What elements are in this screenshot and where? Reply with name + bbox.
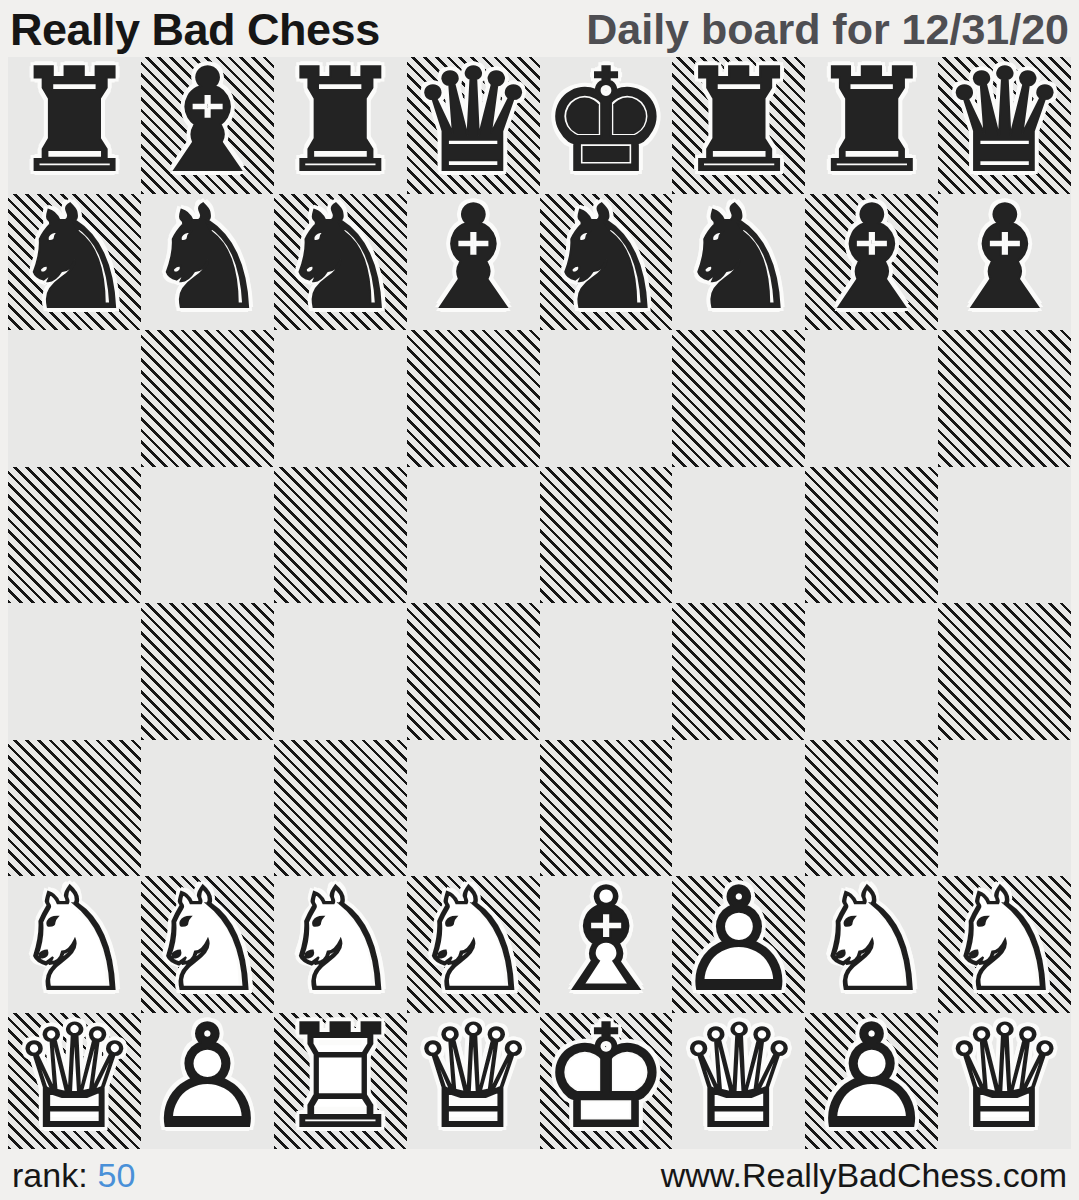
white-knight-icon: ♘: [409, 869, 536, 1011]
piece-white-king[interactable]: ♚♔: [540, 1013, 673, 1150]
black-rook-icon: ♜: [11, 50, 138, 192]
square-c6[interactable]: [274, 330, 407, 467]
square-a6[interactable]: [8, 330, 141, 467]
black-rook-icon: ♜: [675, 50, 802, 192]
square-a7[interactable]: ♞: [8, 194, 141, 331]
black-knight-icon: ♞: [11, 186, 138, 328]
square-h6[interactable]: [938, 330, 1071, 467]
square-f6[interactable]: [672, 330, 805, 467]
square-a1[interactable]: ♛♕: [8, 1013, 141, 1150]
square-g4[interactable]: [805, 603, 938, 740]
piece-white-queen[interactable]: ♛♕: [938, 1013, 1071, 1150]
square-b7[interactable]: ♞: [141, 194, 274, 331]
piece-white-rook[interactable]: ♜♖: [274, 1013, 407, 1150]
square-d7[interactable]: ♝: [407, 194, 540, 331]
piece-black-queen[interactable]: ♛: [938, 57, 1071, 194]
rank-label: rank:: [12, 1156, 88, 1195]
square-f2[interactable]: ♟♙: [672, 876, 805, 1013]
piece-black-king[interactable]: ♚: [540, 57, 673, 194]
piece-white-knight[interactable]: ♞♘: [938, 876, 1071, 1013]
square-d2[interactable]: ♞♘: [407, 876, 540, 1013]
square-c3[interactable]: [274, 740, 407, 877]
square-g3[interactable]: [805, 740, 938, 877]
piece-white-queen[interactable]: ♛♕: [8, 1013, 141, 1150]
square-c5[interactable]: [274, 467, 407, 604]
white-rook-icon: ♖: [277, 1005, 404, 1147]
white-knight-icon: ♘: [941, 869, 1068, 1011]
square-a3[interactable]: [8, 740, 141, 877]
piece-white-queen[interactable]: ♛♕: [407, 1013, 540, 1150]
square-c8[interactable]: ♜: [274, 57, 407, 194]
piece-white-knight[interactable]: ♞♘: [407, 876, 540, 1013]
square-f7[interactable]: ♞: [672, 194, 805, 331]
black-rook-icon: ♜: [277, 50, 404, 192]
piece-black-bishop[interactable]: ♝: [407, 194, 540, 331]
square-e3[interactable]: [540, 740, 673, 877]
square-a8[interactable]: ♜: [8, 57, 141, 194]
square-d1[interactable]: ♛♕: [407, 1013, 540, 1150]
piece-black-knight[interactable]: ♞: [274, 194, 407, 331]
white-knight-icon: ♘: [277, 869, 404, 1011]
black-bishop-icon: ♝: [808, 186, 935, 328]
square-f8[interactable]: ♜: [672, 57, 805, 194]
square-d6[interactable]: [407, 330, 540, 467]
square-d8[interactable]: ♛: [407, 57, 540, 194]
square-e2[interactable]: ♝♗: [540, 876, 673, 1013]
black-rook-icon: ♜: [808, 50, 935, 192]
square-e5[interactable]: [540, 467, 673, 604]
rank-value: 50: [98, 1156, 136, 1195]
white-pawn-icon: ♙: [144, 1005, 271, 1147]
square-b8[interactable]: ♝: [141, 57, 274, 194]
square-g2[interactable]: ♞♘: [805, 876, 938, 1013]
square-h3[interactable]: [938, 740, 1071, 877]
square-f4[interactable]: [672, 603, 805, 740]
square-b3[interactable]: [141, 740, 274, 877]
piece-white-knight[interactable]: ♞♘: [805, 876, 938, 1013]
square-c7[interactable]: ♞: [274, 194, 407, 331]
piece-black-knight[interactable]: ♞: [672, 194, 805, 331]
piece-black-queen[interactable]: ♛: [407, 57, 540, 194]
square-b1[interactable]: ♟♙: [141, 1013, 274, 1150]
piece-black-bishop[interactable]: ♝: [805, 194, 938, 331]
square-g7[interactable]: ♝: [805, 194, 938, 331]
piece-white-knight[interactable]: ♞♘: [8, 876, 141, 1013]
square-d5[interactable]: [407, 467, 540, 604]
square-h5[interactable]: [938, 467, 1071, 604]
piece-white-pawn[interactable]: ♟♙: [805, 1013, 938, 1150]
square-d4[interactable]: [407, 603, 540, 740]
piece-black-rook[interactable]: ♜: [805, 57, 938, 194]
black-queen-icon: ♛: [409, 50, 536, 192]
black-knight-icon: ♞: [277, 186, 404, 328]
white-king-icon: ♔: [542, 1005, 669, 1147]
white-knight-icon: ♘: [808, 869, 935, 1011]
black-knight-icon: ♞: [675, 186, 802, 328]
square-f3[interactable]: [672, 740, 805, 877]
website-link[interactable]: www.ReallyBadChess.com: [661, 1156, 1067, 1195]
square-c2[interactable]: ♞♘: [274, 876, 407, 1013]
white-pawn-icon: ♙: [808, 1005, 935, 1147]
white-queen-icon: ♕: [409, 1005, 536, 1147]
piece-white-bishop[interactable]: ♝♗: [540, 876, 673, 1013]
square-e8[interactable]: ♚: [540, 57, 673, 194]
square-h4[interactable]: [938, 603, 1071, 740]
square-e1[interactable]: ♚♔: [540, 1013, 673, 1150]
white-knight-icon: ♘: [11, 869, 138, 1011]
square-b2[interactable]: ♞♘: [141, 876, 274, 1013]
square-c1[interactable]: ♜♖: [274, 1013, 407, 1150]
square-a4[interactable]: [8, 603, 141, 740]
black-bishop-icon: ♝: [941, 186, 1068, 328]
square-e4[interactable]: [540, 603, 673, 740]
black-queen-icon: ♛: [941, 50, 1068, 192]
white-queen-icon: ♕: [11, 1005, 138, 1147]
square-h1[interactable]: ♛♕: [938, 1013, 1071, 1150]
square-h2[interactable]: ♞♘: [938, 876, 1071, 1013]
square-g5[interactable]: [805, 467, 938, 604]
square-b4[interactable]: [141, 603, 274, 740]
white-queen-icon: ♕: [675, 1005, 802, 1147]
black-bishop-icon: ♝: [409, 186, 536, 328]
piece-white-knight[interactable]: ♞♘: [274, 876, 407, 1013]
black-knight-icon: ♞: [542, 186, 669, 328]
square-c4[interactable]: [274, 603, 407, 740]
square-f1[interactable]: ♛♕: [672, 1013, 805, 1150]
white-pawn-icon: ♙: [675, 869, 802, 1011]
square-a2[interactable]: ♞♘: [8, 876, 141, 1013]
white-knight-icon: ♘: [144, 869, 271, 1011]
piece-white-queen[interactable]: ♛♕: [672, 1013, 805, 1150]
square-b6[interactable]: [141, 330, 274, 467]
piece-white-pawn[interactable]: ♟♙: [672, 876, 805, 1013]
piece-black-knight[interactable]: ♞: [8, 194, 141, 331]
square-f5[interactable]: [672, 467, 805, 604]
square-b5[interactable]: [141, 467, 274, 604]
piece-white-knight[interactable]: ♞♘: [141, 876, 274, 1013]
square-d3[interactable]: [407, 740, 540, 877]
piece-black-rook[interactable]: ♜: [8, 57, 141, 194]
square-g1[interactable]: ♟♙: [805, 1013, 938, 1150]
square-h7[interactable]: ♝: [938, 194, 1071, 331]
black-knight-icon: ♞: [144, 186, 271, 328]
square-g8[interactable]: ♜: [805, 57, 938, 194]
piece-black-rook[interactable]: ♜: [672, 57, 805, 194]
piece-black-rook[interactable]: ♜: [274, 57, 407, 194]
black-bishop-icon: ♝: [144, 50, 271, 192]
piece-black-bishop[interactable]: ♝: [938, 194, 1071, 331]
piece-black-bishop[interactable]: ♝: [141, 57, 274, 194]
chess-board: ♜♝♜♛♚♜♜♛♞♞♞♝♞♞♝♝♞♘♞♘♞♘♞♘♝♗♟♙♞♘♞♘♛♕♟♙♜♖♛♕…: [8, 57, 1071, 1149]
piece-white-pawn[interactable]: ♟♙: [141, 1013, 274, 1150]
rank-display: rank: 50: [12, 1156, 135, 1195]
square-g6[interactable]: [805, 330, 938, 467]
white-queen-icon: ♕: [941, 1005, 1068, 1147]
square-h8[interactable]: ♛: [938, 57, 1071, 194]
square-e7[interactable]: ♞: [540, 194, 673, 331]
square-e6[interactable]: [540, 330, 673, 467]
piece-black-knight[interactable]: ♞: [540, 194, 673, 331]
square-a5[interactable]: [8, 467, 141, 604]
white-bishop-icon: ♗: [542, 869, 669, 1011]
black-king-icon: ♚: [542, 50, 669, 192]
piece-black-knight[interactable]: ♞: [141, 194, 274, 331]
